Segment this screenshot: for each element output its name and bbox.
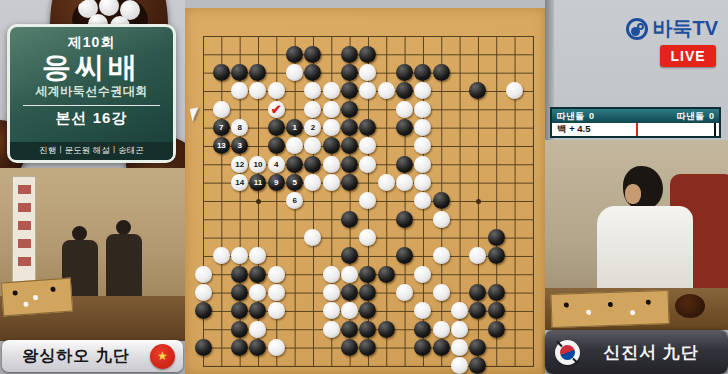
tournament-subtitle: 세계바둑선수권대회 xyxy=(35,83,148,100)
black-stone xyxy=(469,339,486,356)
white-stone xyxy=(268,266,285,283)
black-stone xyxy=(359,302,376,319)
white-stone xyxy=(396,101,413,118)
estimate-divider xyxy=(636,123,638,136)
star-point xyxy=(476,199,481,204)
black-stone xyxy=(231,64,248,81)
white-stone xyxy=(359,64,376,81)
white-stone xyxy=(304,137,321,154)
black-stone xyxy=(359,284,376,301)
star-point xyxy=(256,199,261,204)
black-stone xyxy=(396,247,413,264)
player-name-bar-left: 왕싱하오 九단 ★ xyxy=(2,340,183,372)
white-stone xyxy=(268,82,285,99)
black-stone xyxy=(249,266,266,283)
black-stone xyxy=(488,247,505,264)
black-stone xyxy=(304,156,321,173)
black-stone xyxy=(396,211,413,228)
white-stone xyxy=(268,284,285,301)
playing-room-video xyxy=(0,168,185,341)
white-stone xyxy=(323,266,340,283)
china-flag-icon: ★ xyxy=(150,344,175,369)
black-stone xyxy=(433,339,450,356)
white-stone xyxy=(451,357,468,374)
black-stone xyxy=(469,302,486,319)
black-stone xyxy=(378,321,395,338)
black-stone xyxy=(231,339,248,356)
black-stone xyxy=(433,64,450,81)
black-stone xyxy=(359,339,376,356)
black-stone xyxy=(249,339,266,356)
black-stone xyxy=(341,119,358,136)
black-stone xyxy=(341,137,358,154)
white-stone xyxy=(249,284,266,301)
white-stone xyxy=(433,321,450,338)
white-stone xyxy=(359,229,376,246)
white-stone xyxy=(396,284,413,301)
white-stone xyxy=(414,119,431,136)
black-stone xyxy=(488,284,505,301)
black-stone: 13 xyxy=(213,137,230,154)
estimate-bar: 백 + 4.5 xyxy=(552,123,719,136)
table-go-board xyxy=(1,278,73,317)
player-figure-body xyxy=(106,234,142,296)
black-stone xyxy=(396,64,413,81)
player-figure-head xyxy=(116,220,131,235)
black-stone xyxy=(341,156,358,173)
white-stone xyxy=(433,247,450,264)
black-stone xyxy=(341,101,358,118)
white-stone xyxy=(414,156,431,173)
black-stone xyxy=(359,46,376,63)
score-panel: 따낸돌 0 따낸돌 0 백 + 4.5 xyxy=(550,107,721,138)
black-stone xyxy=(195,302,212,319)
board-area: ✔7812133121041411956 xyxy=(185,0,545,374)
black-stone xyxy=(231,302,248,319)
black-stone: 7 xyxy=(213,119,230,136)
white-stone xyxy=(341,266,358,283)
white-stone xyxy=(469,247,486,264)
white-stone xyxy=(304,101,321,118)
black-stone xyxy=(359,119,376,136)
white-stone xyxy=(268,339,285,356)
captures-right-label: 따낸돌 0 xyxy=(677,110,714,123)
white-stone xyxy=(231,247,248,264)
tournament-staff: 진행ㅣ문도원 해설ㅣ송태곤 xyxy=(10,142,173,160)
black-stone xyxy=(341,82,358,99)
white-stone xyxy=(323,321,340,338)
captures-bar: 따낸돌 0 따낸돌 0 xyxy=(552,109,719,123)
black-stone xyxy=(341,211,358,228)
black-stone: 11 xyxy=(249,174,266,191)
white-stone xyxy=(451,302,468,319)
player-go-board xyxy=(550,290,669,328)
white-stone: 6 xyxy=(286,192,303,209)
white-stone xyxy=(378,82,395,99)
white-stone: 14 xyxy=(231,174,248,191)
black-stone xyxy=(341,284,358,301)
black-stone xyxy=(488,321,505,338)
white-stone xyxy=(451,321,468,338)
black-stone xyxy=(249,64,266,81)
white-stone xyxy=(249,82,266,99)
black-stone xyxy=(488,229,505,246)
white-stone xyxy=(286,137,303,154)
black-stone xyxy=(396,119,413,136)
broadcast-frame: 제10회 응씨배 세계바둑선수권대회 본선 16강 진행ㅣ문도원 해설ㅣ송태곤 … xyxy=(0,0,728,374)
player-name-bar-right: 신진서 九단 xyxy=(545,330,728,374)
black-stone xyxy=(433,192,450,209)
black-stone xyxy=(341,339,358,356)
black-stone xyxy=(268,119,285,136)
player-go-bowl xyxy=(675,294,705,318)
white-stone xyxy=(414,174,431,191)
player-name-left: 왕싱하오 九단 xyxy=(2,346,150,367)
black-stone xyxy=(286,46,303,63)
player-shirt xyxy=(597,206,693,298)
black-stone: 3 xyxy=(231,137,248,154)
white-stone xyxy=(304,174,321,191)
black-stone xyxy=(195,339,212,356)
white-stone xyxy=(249,321,266,338)
black-stone xyxy=(414,339,431,356)
white-stone xyxy=(323,101,340,118)
black-stone xyxy=(231,284,248,301)
white-stone xyxy=(359,156,376,173)
white-stone xyxy=(304,82,321,99)
tournament-round: 제10회 xyxy=(68,34,116,52)
right-column: 바둑TV LIVE 따낸돌 0 따낸돌 0 백 + 4.5 xyxy=(545,0,728,374)
white-stone xyxy=(414,192,431,209)
black-stone xyxy=(323,137,340,154)
white-stone xyxy=(323,284,340,301)
black-stone xyxy=(414,64,431,81)
tournament-panel: 제10회 응씨배 세계바둑선수권대회 본선 16강 진행ㅣ문도원 해설ㅣ송태곤 xyxy=(7,24,176,163)
white-stone xyxy=(213,247,230,264)
white-stone: ✔ xyxy=(268,101,285,118)
player-video xyxy=(545,140,728,330)
estimate-tick xyxy=(714,123,716,136)
white-stone: 4 xyxy=(268,156,285,173)
white-stone: 8 xyxy=(231,119,248,136)
white-stone xyxy=(433,211,450,228)
black-stone xyxy=(469,357,486,374)
white-stone xyxy=(359,82,376,99)
black-stone xyxy=(231,321,248,338)
black-stone xyxy=(469,284,486,301)
black-stone xyxy=(341,64,358,81)
black-stone xyxy=(469,82,486,99)
black-stone xyxy=(341,174,358,191)
white-stone xyxy=(433,284,450,301)
black-stone: 9 xyxy=(268,174,285,191)
white-stone xyxy=(268,302,285,319)
tournament-title: 응씨배 xyxy=(42,52,141,82)
white-stone xyxy=(341,302,358,319)
white-stone: 10 xyxy=(249,156,266,173)
white-stone xyxy=(323,119,340,136)
black-stone xyxy=(341,247,358,264)
room-banner xyxy=(12,176,36,288)
white-stone xyxy=(414,266,431,283)
captures-left-label: 따낸돌 0 xyxy=(557,110,594,123)
black-stone xyxy=(213,64,230,81)
black-stone xyxy=(414,321,431,338)
black-stone xyxy=(231,266,248,283)
korea-flag-icon xyxy=(555,340,580,365)
black-stone xyxy=(396,156,413,173)
white-stone xyxy=(323,174,340,191)
white-stone xyxy=(396,174,413,191)
last-move-check-icon: ✔ xyxy=(271,103,282,116)
white-stone xyxy=(378,174,395,191)
black-stone xyxy=(268,137,285,154)
white-stone xyxy=(286,64,303,81)
white-stone xyxy=(323,156,340,173)
player-figure-head xyxy=(72,226,87,241)
white-stone: 2 xyxy=(304,119,321,136)
black-stone xyxy=(488,302,505,319)
white-stone xyxy=(231,82,248,99)
left-column: 제10회 응씨배 세계바둑선수권대회 본선 16강 진행ㅣ문도원 해설ㅣ송태곤 … xyxy=(0,0,185,374)
stones-layer: ✔7812133121041411956 xyxy=(185,8,545,374)
white-stone xyxy=(451,339,468,356)
black-stone xyxy=(341,46,358,63)
black-stone xyxy=(286,156,303,173)
black-stone xyxy=(359,266,376,283)
white-stone xyxy=(359,192,376,209)
tournament-stage: 본선 16강 xyxy=(56,109,128,128)
black-stone xyxy=(396,82,413,99)
black-stone xyxy=(249,302,266,319)
go-board: ✔7812133121041411956 xyxy=(185,8,545,374)
white-stone xyxy=(414,302,431,319)
live-badge: LIVE xyxy=(660,45,716,67)
black-stone xyxy=(359,321,376,338)
black-stone: 5 xyxy=(286,174,303,191)
black-stone xyxy=(304,46,321,63)
white-stone xyxy=(323,302,340,319)
player-name-right: 신진서 九단 xyxy=(580,341,728,364)
white-stone xyxy=(414,101,431,118)
white-stone xyxy=(304,229,321,246)
channel-logo-text: 바둑TV xyxy=(652,15,718,42)
channel-logo: 바둑TV xyxy=(626,15,718,42)
white-stone xyxy=(249,247,266,264)
black-stone xyxy=(304,64,321,81)
player-face xyxy=(625,184,641,204)
white-stone xyxy=(323,82,340,99)
white-stone xyxy=(506,82,523,99)
white-stone: 12 xyxy=(231,156,248,173)
white-stone xyxy=(414,82,431,99)
white-stone xyxy=(195,284,212,301)
white-stone xyxy=(359,137,376,154)
black-stone xyxy=(341,321,358,338)
baduktv-logo-icon xyxy=(626,18,648,40)
panel-divider xyxy=(23,105,160,106)
black-stone: 1 xyxy=(286,119,303,136)
white-stone xyxy=(213,101,230,118)
score-estimate: 백 + 4.5 xyxy=(557,123,591,136)
black-stone xyxy=(378,266,395,283)
white-stone xyxy=(414,137,431,154)
white-stone xyxy=(195,266,212,283)
